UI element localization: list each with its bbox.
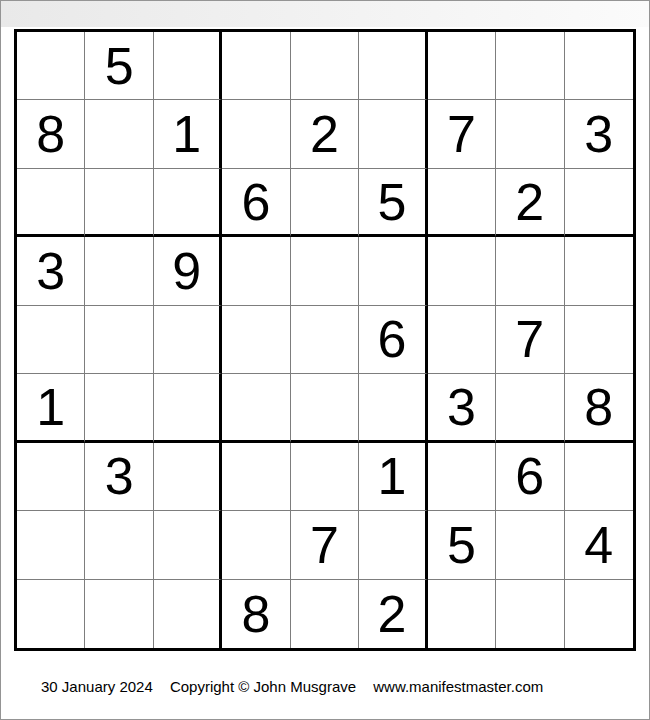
- sudoku-cell[interactable]: [359, 237, 427, 305]
- sudoku-cell[interactable]: [85, 511, 153, 579]
- sudoku-cell[interactable]: [222, 511, 290, 579]
- sudoku-cell[interactable]: [291, 32, 359, 100]
- sudoku-cell[interactable]: [17, 443, 85, 511]
- sudoku-cell[interactable]: [428, 169, 496, 237]
- sudoku-cell[interactable]: 8: [565, 374, 633, 442]
- sudoku-cell[interactable]: 2: [496, 169, 564, 237]
- header-band: [1, 1, 649, 27]
- sudoku-cell[interactable]: [222, 374, 290, 442]
- sudoku-cell[interactable]: [291, 169, 359, 237]
- sudoku-cell[interactable]: [222, 443, 290, 511]
- sudoku-cell[interactable]: [359, 32, 427, 100]
- sudoku-cell[interactable]: [85, 237, 153, 305]
- footer-date: 30 January 2024: [41, 678, 153, 695]
- sudoku-cell[interactable]: [496, 374, 564, 442]
- sudoku-cell[interactable]: [154, 169, 222, 237]
- sudoku-cell[interactable]: 5: [359, 169, 427, 237]
- sudoku-cell[interactable]: [428, 306, 496, 374]
- sudoku-cell[interactable]: [496, 511, 564, 579]
- sudoku-cell[interactable]: [85, 100, 153, 168]
- sudoku-cell[interactable]: 7: [496, 306, 564, 374]
- sudoku-cell[interactable]: 3: [428, 374, 496, 442]
- sudoku-cell[interactable]: [85, 580, 153, 648]
- sudoku-cell[interactable]: [154, 32, 222, 100]
- sudoku-cell[interactable]: [565, 169, 633, 237]
- sudoku-cell[interactable]: [154, 580, 222, 648]
- sudoku-cell[interactable]: 1: [154, 100, 222, 168]
- sudoku-cell[interactable]: [291, 237, 359, 305]
- sudoku-cell[interactable]: 1: [359, 443, 427, 511]
- sudoku-cell[interactable]: [565, 306, 633, 374]
- sudoku-cell[interactable]: 2: [359, 580, 427, 648]
- sudoku-cell[interactable]: 7: [428, 100, 496, 168]
- sudoku-cell[interactable]: [359, 100, 427, 168]
- sudoku-cell[interactable]: [291, 306, 359, 374]
- sudoku-cell[interactable]: [291, 580, 359, 648]
- sudoku-cell[interactable]: 1: [17, 374, 85, 442]
- sudoku-cell[interactable]: 6: [222, 169, 290, 237]
- sudoku-cell[interactable]: 6: [359, 306, 427, 374]
- sudoku-cell[interactable]: [496, 100, 564, 168]
- sudoku-cell[interactable]: 9: [154, 237, 222, 305]
- sudoku-cell[interactable]: 3: [565, 100, 633, 168]
- sudoku-cell[interactable]: [359, 374, 427, 442]
- sudoku-cell[interactable]: [17, 306, 85, 374]
- sudoku-cell[interactable]: 7: [291, 511, 359, 579]
- sudoku-cell[interactable]: [17, 32, 85, 100]
- sudoku-cell[interactable]: [428, 237, 496, 305]
- sudoku-cell[interactable]: [496, 32, 564, 100]
- sudoku-cell[interactable]: [291, 374, 359, 442]
- sudoku-cell[interactable]: 3: [17, 237, 85, 305]
- sudoku-cell[interactable]: [565, 443, 633, 511]
- sudoku-cell[interactable]: [85, 306, 153, 374]
- sudoku-cell[interactable]: [222, 306, 290, 374]
- sudoku-cell[interactable]: 3: [85, 443, 153, 511]
- sudoku-cell[interactable]: [17, 511, 85, 579]
- sudoku-cell[interactable]: [222, 32, 290, 100]
- sudoku-cell[interactable]: 5: [428, 511, 496, 579]
- sudoku-cell[interactable]: [565, 580, 633, 648]
- sudoku-cell[interactable]: [85, 169, 153, 237]
- footer-copyright: Copyright © John Musgrave: [170, 678, 356, 695]
- sudoku-cell[interactable]: [17, 169, 85, 237]
- sudoku-board: 581273652396713831675482: [14, 29, 636, 651]
- sudoku-cell[interactable]: [565, 32, 633, 100]
- sudoku-cell[interactable]: [496, 580, 564, 648]
- sudoku-cell[interactable]: [291, 443, 359, 511]
- sudoku-cell[interactable]: [17, 580, 85, 648]
- sudoku-cell[interactable]: [154, 306, 222, 374]
- sudoku-cell[interactable]: [154, 511, 222, 579]
- sudoku-cell[interactable]: [85, 374, 153, 442]
- sudoku-cell[interactable]: 4: [565, 511, 633, 579]
- sudoku-cell[interactable]: [154, 443, 222, 511]
- sudoku-cell[interactable]: 2: [291, 100, 359, 168]
- sudoku-cell[interactable]: [222, 237, 290, 305]
- sudoku-cell[interactable]: 6: [496, 443, 564, 511]
- sudoku-cell[interactable]: [428, 580, 496, 648]
- sudoku-cell[interactable]: [565, 237, 633, 305]
- page: 581273652396713831675482 30 January 2024…: [0, 0, 650, 720]
- sudoku-cell[interactable]: [428, 443, 496, 511]
- sudoku-cell[interactable]: 5: [85, 32, 153, 100]
- sudoku-cell[interactable]: [428, 32, 496, 100]
- footer: 30 January 2024 Copyright © John Musgrav…: [41, 678, 543, 695]
- sudoku-cell[interactable]: 8: [17, 100, 85, 168]
- sudoku-cell[interactable]: [154, 374, 222, 442]
- footer-website: www.manifestmaster.com: [373, 678, 543, 695]
- sudoku-cell[interactable]: [496, 237, 564, 305]
- sudoku-cell[interactable]: [222, 100, 290, 168]
- sudoku-cell[interactable]: [359, 511, 427, 579]
- sudoku-cell[interactable]: 8: [222, 580, 290, 648]
